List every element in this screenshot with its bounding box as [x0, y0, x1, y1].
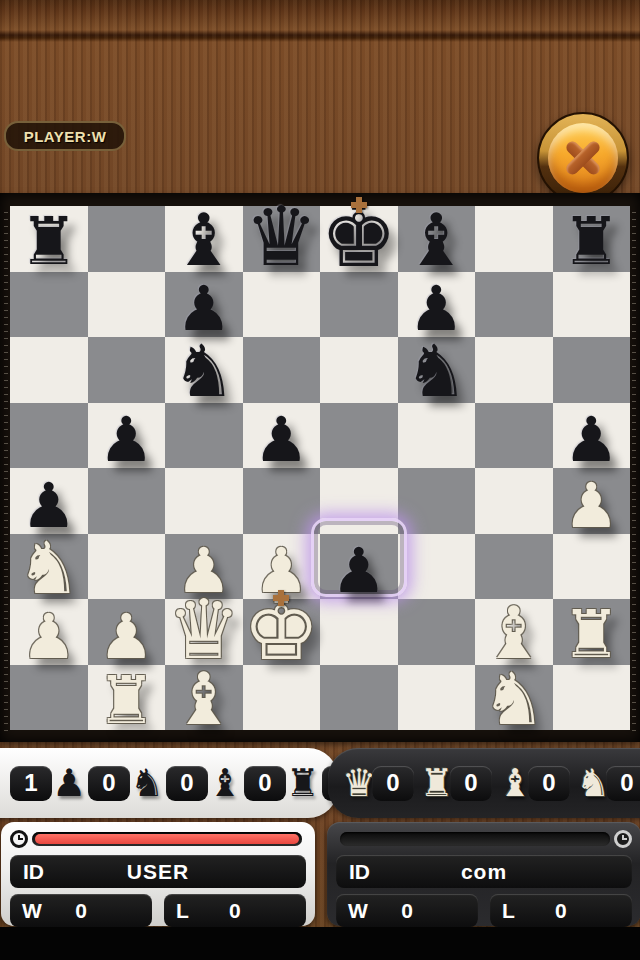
piece-black-n-f6[interactable]: ♞: [387, 335, 487, 407]
square-g3[interactable]: [475, 534, 553, 600]
captured-count-badge: 0: [166, 766, 208, 801]
captured-white-q: ♛0: [342, 764, 414, 802]
piece-white-n-a3[interactable]: ♞: [0, 532, 99, 604]
white-q-icon: ♛: [342, 764, 372, 802]
black-p-icon: ♟: [52, 764, 82, 802]
square-h1[interactable]: [553, 665, 631, 731]
captured-count-badge: 1: [10, 766, 52, 801]
captured-black-n: 0♞: [88, 764, 160, 802]
com-losses-value: 0: [490, 899, 632, 923]
square-d6[interactable]: [243, 337, 321, 403]
square-g6[interactable]: [475, 337, 553, 403]
close-button[interactable]: [537, 112, 629, 204]
captured-black-r: 0♜: [244, 764, 316, 802]
captured-count-badge: 0: [244, 766, 286, 801]
captured-white-b: ♝0: [498, 764, 570, 802]
game-screen: PLAYER:W ♜♝♛♚♝♜♟♟♞♞♟♟♟♟♟♟♞♟♟♟♟♛♚♝♜♜♝♞ 1♟…: [0, 0, 640, 960]
player-card-user: ID USER W 0 L 0: [1, 822, 315, 926]
square-d4[interactable]: [243, 468, 321, 534]
piece-white-b-c1[interactable]: ♝: [154, 663, 254, 735]
user-losses-box: L 0: [164, 894, 306, 927]
user-time-bar: [32, 832, 302, 846]
piece-white-n-g1[interactable]: ♞: [464, 663, 564, 735]
black-b-icon: ♝: [208, 764, 238, 802]
user-id-box: ID USER: [10, 855, 306, 888]
clock-icon: [614, 830, 632, 848]
square-a7[interactable]: [10, 272, 88, 338]
black-n-icon: ♞: [130, 764, 160, 802]
bottom-black-strip: [0, 927, 640, 960]
piece-black-p-b5[interactable]: ♟: [77, 409, 177, 471]
white-n-icon: ♞: [576, 764, 606, 802]
square-e5[interactable]: [320, 403, 398, 469]
player-turn-badge: PLAYER:W: [4, 121, 126, 151]
square-h7[interactable]: [553, 272, 631, 338]
piece-black-n-c6[interactable]: ♞: [154, 335, 254, 407]
white-r-icon: ♜: [420, 764, 450, 802]
square-f4[interactable]: [398, 468, 476, 534]
piece-black-r-a8[interactable]: ♜: [0, 209, 99, 275]
user-wins-box: W 0: [10, 894, 152, 927]
piece-white-k-d2[interactable]: ♚: [232, 586, 332, 672]
user-wins-value: 0: [10, 899, 152, 923]
square-g7[interactable]: [475, 272, 553, 338]
captured-white-r: ♜0: [420, 764, 492, 802]
square-e2[interactable]: [320, 599, 398, 665]
clock-icon: [10, 830, 28, 848]
square-c4[interactable]: [165, 468, 243, 534]
com-losses-box: L 0: [490, 894, 632, 927]
com-wins-value: 0: [336, 899, 478, 923]
com-name: com: [336, 860, 632, 884]
com-id-box: ID com: [336, 855, 632, 888]
captured-black-tray: 1♟0♞0♝0♜0♛: [0, 748, 338, 818]
captured-black-b: 0♝: [166, 764, 238, 802]
square-e1[interactable]: [320, 665, 398, 731]
square-a6[interactable]: [10, 337, 88, 403]
com-time-bar: [340, 832, 610, 846]
captured-count-badge: 0: [606, 766, 640, 801]
piece-black-r-h8[interactable]: ♜: [542, 209, 640, 275]
user-name: USER: [10, 860, 306, 884]
captured-black-p: 1♟: [10, 764, 82, 802]
player-card-com: ID com W 0 L 0: [327, 822, 640, 926]
captured-count-badge: 0: [372, 766, 414, 801]
piece-white-r-h2[interactable]: ♜: [542, 602, 640, 668]
close-icon: [548, 123, 618, 193]
user-losses-value: 0: [164, 899, 306, 923]
com-wins-box: W 0: [336, 894, 478, 927]
piece-black-p-h5[interactable]: ♟: [542, 409, 640, 471]
square-h6[interactable]: [553, 337, 631, 403]
piece-white-p-h4[interactable]: ♟: [542, 475, 640, 537]
captured-white-n: ♞0: [576, 764, 640, 802]
square-b4[interactable]: [88, 468, 166, 534]
captured-count-badge: 0: [450, 766, 492, 801]
captured-count-badge: 0: [528, 766, 570, 801]
piece-black-p-d5[interactable]: ♟: [232, 409, 332, 471]
piece-black-b-f8[interactable]: ♝: [387, 204, 487, 276]
black-r-icon: ♜: [286, 764, 316, 802]
captured-count-badge: 0: [88, 766, 130, 801]
captured-white-tray: ♛0♜0♝0♞0♟3: [328, 748, 640, 818]
square-f3[interactable]: [398, 534, 476, 600]
square-h3[interactable]: [553, 534, 631, 600]
white-b-icon: ♝: [498, 764, 528, 802]
